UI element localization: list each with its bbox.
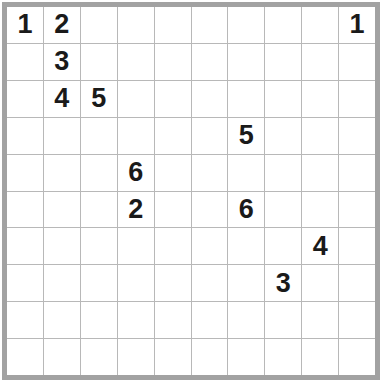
cell-r1c10[interactable]: 1 — [339, 7, 375, 43]
cell-r10c8[interactable] — [265, 339, 301, 375]
cell-r9c7[interactable] — [228, 302, 264, 338]
cell-r7c9[interactable]: 4 — [302, 228, 338, 264]
cell-r4c3[interactable] — [81, 118, 117, 154]
cell-r3c2[interactable]: 4 — [44, 81, 80, 117]
cell-r8c10[interactable] — [339, 265, 375, 301]
cell-r5c8[interactable] — [265, 155, 301, 191]
cell-r8c5[interactable] — [155, 265, 191, 301]
cell-r8c9[interactable] — [302, 265, 338, 301]
cell-r2c9[interactable] — [302, 44, 338, 80]
cell-r8c4[interactable] — [118, 265, 154, 301]
cell-r10c1[interactable] — [7, 339, 43, 375]
cell-r5c2[interactable] — [44, 155, 80, 191]
cell-r8c8[interactable]: 3 — [265, 265, 301, 301]
cell-r7c5[interactable] — [155, 228, 191, 264]
cell-r1c3[interactable] — [81, 7, 117, 43]
cell-r6c6[interactable] — [192, 192, 228, 228]
board-frame: 121345562643 — [2, 2, 380, 380]
cell-r10c9[interactable] — [302, 339, 338, 375]
cell-r2c2[interactable]: 3 — [44, 44, 80, 80]
cell-r9c1[interactable] — [7, 302, 43, 338]
cell-r3c7[interactable] — [228, 81, 264, 117]
cell-r1c1[interactable]: 1 — [7, 7, 43, 43]
cell-r6c5[interactable] — [155, 192, 191, 228]
cell-r1c5[interactable] — [155, 7, 191, 43]
cell-r8c6[interactable] — [192, 265, 228, 301]
cell-r5c6[interactable] — [192, 155, 228, 191]
cell-r1c2[interactable]: 2 — [44, 7, 80, 43]
cell-r4c7[interactable]: 5 — [228, 118, 264, 154]
cell-r10c2[interactable] — [44, 339, 80, 375]
cell-r4c9[interactable] — [302, 118, 338, 154]
cell-r1c4[interactable] — [118, 7, 154, 43]
cell-r6c7[interactable]: 6 — [228, 192, 264, 228]
cell-r5c1[interactable] — [7, 155, 43, 191]
cell-r9c6[interactable] — [192, 302, 228, 338]
cell-r4c5[interactable] — [155, 118, 191, 154]
cell-r7c4[interactable] — [118, 228, 154, 264]
cell-r9c8[interactable] — [265, 302, 301, 338]
cell-r7c2[interactable] — [44, 228, 80, 264]
cell-r8c1[interactable] — [7, 265, 43, 301]
cell-r9c5[interactable] — [155, 302, 191, 338]
cell-r9c4[interactable] — [118, 302, 154, 338]
cell-r7c8[interactable] — [265, 228, 301, 264]
cell-r4c1[interactable] — [7, 118, 43, 154]
cell-r5c3[interactable] — [81, 155, 117, 191]
cell-r8c3[interactable] — [81, 265, 117, 301]
cell-r5c10[interactable] — [339, 155, 375, 191]
cell-r6c3[interactable] — [81, 192, 117, 228]
cell-r2c10[interactable] — [339, 44, 375, 80]
cell-r1c7[interactable] — [228, 7, 264, 43]
cell-r8c2[interactable] — [44, 265, 80, 301]
cell-r3c9[interactable] — [302, 81, 338, 117]
cell-r6c4[interactable]: 2 — [118, 192, 154, 228]
cell-r4c4[interactable] — [118, 118, 154, 154]
cell-r6c1[interactable] — [7, 192, 43, 228]
cell-r5c7[interactable] — [228, 155, 264, 191]
cell-r4c2[interactable] — [44, 118, 80, 154]
cell-r9c10[interactable] — [339, 302, 375, 338]
cell-r8c7[interactable] — [228, 265, 264, 301]
cell-r2c7[interactable] — [228, 44, 264, 80]
cell-r4c6[interactable] — [192, 118, 228, 154]
cell-r3c1[interactable] — [7, 81, 43, 117]
cell-r10c5[interactable] — [155, 339, 191, 375]
cell-r5c9[interactable] — [302, 155, 338, 191]
cell-r10c10[interactable] — [339, 339, 375, 375]
cell-r2c1[interactable] — [7, 44, 43, 80]
cell-r2c6[interactable] — [192, 44, 228, 80]
cell-r3c5[interactable] — [155, 81, 191, 117]
cell-r1c9[interactable] — [302, 7, 338, 43]
cell-r4c10[interactable] — [339, 118, 375, 154]
cell-r6c2[interactable] — [44, 192, 80, 228]
cell-r6c8[interactable] — [265, 192, 301, 228]
cell-r3c6[interactable] — [192, 81, 228, 117]
cell-r10c7[interactable] — [228, 339, 264, 375]
cell-r4c8[interactable] — [265, 118, 301, 154]
cell-r9c9[interactable] — [302, 302, 338, 338]
cell-r7c3[interactable] — [81, 228, 117, 264]
numberlink-board: 121345562643 — [7, 7, 375, 375]
cell-r7c7[interactable] — [228, 228, 264, 264]
cell-r10c6[interactable] — [192, 339, 228, 375]
cell-r5c5[interactable] — [155, 155, 191, 191]
cell-r7c10[interactable] — [339, 228, 375, 264]
cell-r9c3[interactable] — [81, 302, 117, 338]
cell-r1c6[interactable] — [192, 7, 228, 43]
cell-r7c6[interactable] — [192, 228, 228, 264]
cell-r3c4[interactable] — [118, 81, 154, 117]
cell-r5c4[interactable]: 6 — [118, 155, 154, 191]
cell-r3c8[interactable] — [265, 81, 301, 117]
cell-r10c3[interactable] — [81, 339, 117, 375]
cell-r7c1[interactable] — [7, 228, 43, 264]
cell-r2c4[interactable] — [118, 44, 154, 80]
cell-r6c10[interactable] — [339, 192, 375, 228]
cell-r2c3[interactable] — [81, 44, 117, 80]
cell-r2c5[interactable] — [155, 44, 191, 80]
cell-r3c3[interactable]: 5 — [81, 81, 117, 117]
cell-r6c9[interactable] — [302, 192, 338, 228]
cell-r2c8[interactable] — [265, 44, 301, 80]
cell-r9c2[interactable] — [44, 302, 80, 338]
cell-r3c10[interactable] — [339, 81, 375, 117]
cell-r1c8[interactable] — [265, 7, 301, 43]
cell-r10c4[interactable] — [118, 339, 154, 375]
